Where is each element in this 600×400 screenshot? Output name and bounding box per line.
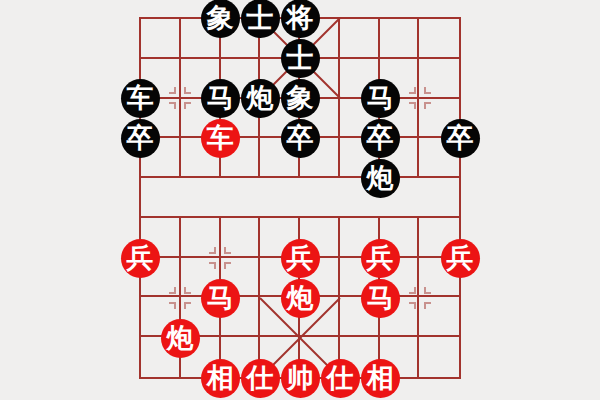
point-marker bbox=[209, 247, 216, 254]
piece-red-chariot[interactable]: 车 bbox=[201, 119, 240, 158]
piece-black-cannon[interactable]: 炮 bbox=[361, 159, 400, 198]
piece-red-cannon[interactable]: 炮 bbox=[281, 279, 320, 318]
piece-red-general[interactable]: 帅 bbox=[281, 359, 320, 398]
piece-black-soldier[interactable]: 卒 bbox=[121, 119, 160, 158]
piece-red-horse[interactable]: 马 bbox=[201, 279, 240, 318]
piece-red-cannon[interactable]: 炮 bbox=[161, 319, 200, 358]
piece-black-soldier[interactable]: 卒 bbox=[441, 119, 480, 158]
point-marker bbox=[184, 287, 191, 294]
point-marker bbox=[209, 262, 216, 269]
board-cell bbox=[141, 178, 181, 218]
point-marker bbox=[424, 302, 431, 309]
piece-red-elephant[interactable]: 相 bbox=[201, 359, 240, 398]
piece-black-horse[interactable]: 马 bbox=[201, 79, 240, 118]
piece-black-soldier[interactable]: 卒 bbox=[281, 119, 320, 158]
piece-red-horse[interactable]: 马 bbox=[361, 279, 400, 318]
board-cell bbox=[340, 19, 380, 59]
point-marker bbox=[409, 102, 416, 109]
board-cell bbox=[260, 178, 300, 218]
board-cell bbox=[221, 178, 261, 218]
board-cell bbox=[300, 178, 340, 218]
board-cell bbox=[419, 19, 459, 59]
point-marker bbox=[424, 287, 431, 294]
point-marker bbox=[184, 102, 191, 109]
point-marker bbox=[409, 302, 416, 309]
piece-black-cannon[interactable]: 炮 bbox=[241, 79, 280, 118]
piece-red-soldier[interactable]: 兵 bbox=[281, 239, 320, 278]
point-marker bbox=[424, 87, 431, 94]
point-marker bbox=[224, 262, 231, 269]
piece-red-advisor[interactable]: 仕 bbox=[321, 359, 360, 398]
point-marker bbox=[184, 87, 191, 94]
piece-black-advisor[interactable]: 士 bbox=[281, 39, 320, 78]
point-marker bbox=[169, 287, 176, 294]
piece-red-soldier[interactable]: 兵 bbox=[121, 239, 160, 278]
piece-black-advisor[interactable]: 士 bbox=[241, 0, 280, 38]
piece-red-soldier[interactable]: 兵 bbox=[361, 239, 400, 278]
piece-red-advisor[interactable]: 仕 bbox=[241, 359, 280, 398]
piece-black-general[interactable]: 将 bbox=[281, 0, 320, 38]
point-marker bbox=[224, 247, 231, 254]
point-marker bbox=[169, 302, 176, 309]
piece-red-elephant[interactable]: 相 bbox=[361, 359, 400, 398]
board-cell bbox=[419, 178, 459, 218]
board-cell bbox=[141, 19, 181, 59]
point-marker bbox=[424, 102, 431, 109]
point-marker bbox=[409, 287, 416, 294]
piece-black-horse[interactable]: 马 bbox=[361, 79, 400, 118]
board-cell bbox=[181, 178, 221, 218]
point-marker bbox=[409, 87, 416, 94]
point-marker bbox=[184, 302, 191, 309]
point-marker bbox=[169, 102, 176, 109]
piece-black-elephant[interactable]: 象 bbox=[281, 79, 320, 118]
piece-black-chariot[interactable]: 车 bbox=[121, 79, 160, 118]
board-cell bbox=[419, 337, 459, 377]
piece-black-soldier[interactable]: 卒 bbox=[361, 119, 400, 158]
xiangqi-board[interactable]: 象士将士车马炮象马卒车卒卒卒炮兵兵兵兵马炮马炮相仕帅仕相 bbox=[0, 0, 600, 400]
board-cell bbox=[380, 19, 420, 59]
piece-black-elephant[interactable]: 象 bbox=[201, 0, 240, 38]
piece-red-soldier[interactable]: 兵 bbox=[441, 239, 480, 278]
point-marker bbox=[169, 87, 176, 94]
